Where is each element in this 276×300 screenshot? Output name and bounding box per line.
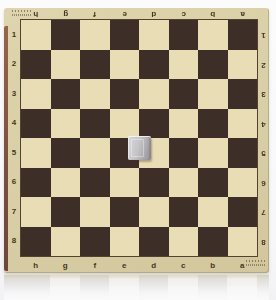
square-d6	[139, 168, 169, 198]
square-g4	[51, 109, 81, 139]
square-g2	[51, 50, 81, 80]
square-h8	[21, 227, 51, 257]
square-c6	[169, 168, 199, 198]
rank-label-left-4: 4	[8, 109, 20, 139]
square-f6	[80, 168, 110, 198]
square-b3	[198, 79, 228, 109]
square-b2	[198, 50, 228, 80]
file-labels-bottom: hgfedcba	[21, 259, 257, 272]
square-f3	[80, 79, 110, 109]
rank-label-left-3: 3	[8, 79, 20, 109]
square-h1	[21, 20, 51, 50]
board-reflection	[4, 275, 269, 300]
square-d4	[139, 109, 169, 139]
square-g5	[51, 138, 81, 168]
rank-label-left-8: 8	[8, 227, 20, 257]
square-a1	[228, 20, 258, 50]
square-c5	[169, 138, 199, 168]
square-a2	[228, 50, 258, 80]
square-b8	[198, 227, 228, 257]
square-c2	[169, 50, 199, 80]
square-d3	[139, 79, 169, 109]
file-label-bottom-c: c	[169, 259, 199, 272]
square-a3	[228, 79, 258, 109]
square-c1	[169, 20, 199, 50]
rank-label-right-2: 2	[258, 50, 269, 80]
square-e1	[110, 20, 140, 50]
square-a7	[228, 197, 258, 227]
square-h3	[21, 79, 51, 109]
square-a4	[228, 109, 258, 139]
file-label-bottom-e: e	[110, 259, 140, 272]
square-e8	[110, 227, 140, 257]
square-c8	[169, 227, 199, 257]
square-a6	[228, 168, 258, 198]
square-h5	[21, 138, 51, 168]
square-g1	[51, 20, 81, 50]
square-e4	[110, 109, 140, 139]
rank-label-right-3: 3	[258, 79, 269, 109]
file-label-top-d: d	[139, 9, 169, 19]
square-c3	[169, 79, 199, 109]
square-f4	[80, 109, 110, 139]
square-e3	[110, 79, 140, 109]
rank-label-right-8: 8	[258, 227, 269, 257]
rank-label-right-5: 5	[258, 138, 269, 168]
file-label-bottom-f: f	[80, 259, 110, 272]
square-e6	[110, 168, 140, 198]
square-b7	[198, 197, 228, 227]
square-f5	[80, 138, 110, 168]
square-h7	[21, 197, 51, 227]
file-label-top-c: c	[169, 9, 199, 19]
square-b6	[198, 168, 228, 198]
rank-label-right-4: 4	[258, 109, 269, 139]
square-d8	[139, 227, 169, 257]
rank-labels-right: 12345678	[258, 20, 269, 256]
square-d2	[139, 50, 169, 80]
square-e7	[110, 197, 140, 227]
square-g6	[51, 168, 81, 198]
square-b4	[198, 109, 228, 139]
file-label-top-h: h	[21, 9, 51, 19]
square-d7	[139, 197, 169, 227]
square-g7	[51, 197, 81, 227]
rank-label-right-6: 6	[258, 168, 269, 198]
square-h6	[21, 168, 51, 198]
square-f1	[80, 20, 110, 50]
square-e2	[110, 50, 140, 80]
square-c4	[169, 109, 199, 139]
square-a8	[228, 227, 258, 257]
file-label-top-e: e	[110, 9, 140, 19]
file-label-bottom-b: b	[198, 259, 228, 272]
file-label-top-f: f	[80, 9, 110, 19]
rank-label-left-1: 1	[8, 20, 20, 50]
file-label-bottom-g: g	[51, 259, 81, 272]
rank-label-left-5: 5	[8, 138, 20, 168]
rank-label-left-2: 2	[8, 50, 20, 80]
square-c7	[169, 197, 199, 227]
square-g3	[51, 79, 81, 109]
square-f2	[80, 50, 110, 80]
square-g8	[51, 227, 81, 257]
square-f7	[80, 197, 110, 227]
file-label-bottom-h: h	[21, 259, 51, 272]
file-label-bottom-d: d	[139, 259, 169, 272]
square-b1	[198, 20, 228, 50]
file-labels-top: hgfedcba	[21, 9, 257, 19]
square-h4	[21, 109, 51, 139]
file-label-bottom-a: a	[228, 259, 258, 272]
rank-label-right-7: 7	[258, 197, 269, 227]
rank-label-left-7: 7	[8, 197, 20, 227]
file-label-top-a: a	[228, 9, 258, 19]
rank-label-right-1: 1	[258, 20, 269, 50]
square-h2	[21, 50, 51, 80]
rank-labels-left: 12345678	[8, 20, 20, 256]
square-d1	[139, 20, 169, 50]
gray-square-object	[128, 136, 151, 160]
file-label-top-g: g	[51, 9, 81, 19]
file-label-top-b: b	[198, 9, 228, 19]
square-f8	[80, 227, 110, 257]
rank-label-left-6: 6	[8, 168, 20, 198]
square-b5	[198, 138, 228, 168]
square-a5	[228, 138, 258, 168]
product-photo: hgfedcba hgfedcba 12345678 12345678	[0, 0, 276, 300]
